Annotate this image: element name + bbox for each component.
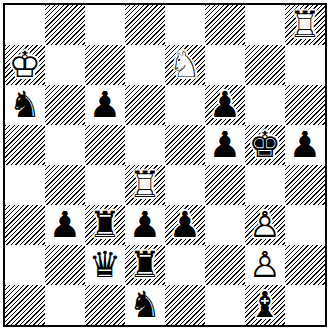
square-c7[interactable] [85,45,125,85]
piece-underlay: ♟ [245,205,285,245]
square-a2[interactable] [5,245,45,285]
piece-underlay: ♜ [85,205,125,245]
piece-underlay: ♜ [125,245,165,285]
square-c4[interactable] [85,165,125,205]
square-b3[interactable]: ♟♟ [45,205,85,245]
piece-black-king[interactable]: ♚ [245,125,285,165]
piece-underlay: ♟ [125,205,165,245]
piece-black-rook[interactable]: ♜ [85,205,125,245]
square-a3[interactable] [5,205,45,245]
piece-black-queen[interactable]: ♛ [85,245,125,285]
square-d5[interactable] [125,125,165,165]
piece-underlay: ♟ [205,125,245,165]
square-b1[interactable] [45,285,85,325]
square-e1[interactable] [165,285,205,325]
piece-black-knight[interactable]: ♞ [5,85,45,125]
square-g3[interactable]: ♟♙ [245,205,285,245]
piece-white-pawn[interactable]: ♙ [245,205,285,245]
piece-black-knight[interactable]: ♞ [125,285,165,325]
square-c8[interactable] [85,5,125,45]
square-e7[interactable]: ♞♘ [165,45,205,85]
square-f1[interactable] [205,285,245,325]
square-d7[interactable] [125,45,165,85]
square-h6[interactable] [285,85,325,125]
square-g5[interactable]: ♚♚ [245,125,285,165]
piece-black-rook[interactable]: ♜ [125,245,165,285]
square-b6[interactable] [45,85,85,125]
square-e2[interactable] [165,245,205,285]
piece-white-pawn[interactable]: ♙ [245,245,285,285]
square-g8[interactable] [245,5,285,45]
square-e3[interactable]: ♟♟ [165,205,205,245]
square-h5[interactable]: ♟♟ [285,125,325,165]
square-f8[interactable] [205,5,245,45]
piece-underlay: ♟ [205,85,245,125]
square-g6[interactable] [245,85,285,125]
piece-black-pawn[interactable]: ♟ [205,85,245,125]
square-a8[interactable] [5,5,45,45]
piece-underlay: ♟ [85,85,125,125]
piece-white-rook[interactable]: ♖ [285,5,325,45]
square-a7[interactable]: ♚♔ [5,45,45,85]
square-e8[interactable] [165,5,205,45]
piece-underlay: ♜ [285,5,325,45]
square-g4[interactable] [245,165,285,205]
square-f4[interactable] [205,165,245,205]
square-d8[interactable] [125,5,165,45]
square-f6[interactable]: ♟♟ [205,85,245,125]
square-c5[interactable] [85,125,125,165]
piece-underlay: ♝ [245,285,285,325]
square-f5[interactable]: ♟♟ [205,125,245,165]
square-d3[interactable]: ♟♟ [125,205,165,245]
square-g2[interactable]: ♟♙ [245,245,285,285]
piece-white-knight[interactable]: ♘ [165,45,205,85]
piece-underlay: ♟ [165,205,205,245]
piece-underlay: ♟ [245,245,285,285]
square-b5[interactable] [45,125,85,165]
square-g1[interactable]: ♝♝ [245,285,285,325]
piece-underlay: ♞ [125,285,165,325]
square-d4[interactable]: ♜♖ [125,165,165,205]
piece-white-king[interactable]: ♔ [5,45,45,85]
piece-black-pawn[interactable]: ♟ [45,205,85,245]
square-f7[interactable] [205,45,245,85]
piece-underlay: ♞ [165,45,205,85]
square-c2[interactable]: ♛♛ [85,245,125,285]
square-e5[interactable] [165,125,205,165]
piece-black-pawn[interactable]: ♟ [205,125,245,165]
square-c6[interactable]: ♟♟ [85,85,125,125]
piece-underlay: ♜ [125,165,165,205]
square-a5[interactable] [5,125,45,165]
square-b4[interactable] [45,165,85,205]
piece-white-rook[interactable]: ♖ [125,165,165,205]
piece-black-pawn[interactable]: ♟ [285,125,325,165]
square-d6[interactable] [125,85,165,125]
piece-black-pawn[interactable]: ♟ [85,85,125,125]
square-h4[interactable] [285,165,325,205]
square-f3[interactable] [205,205,245,245]
square-d1[interactable]: ♞♞ [125,285,165,325]
square-h3[interactable] [285,205,325,245]
chess-diagram-page: ♜♖♚♔♞♘♞♞♟♟♟♟♟♟♚♚♟♟♜♖♟♟♜♜♟♟♟♟♟♙♛♛♜♜♟♙♞♞♝♝ [0,0,332,332]
square-f2[interactable] [205,245,245,285]
piece-underlay: ♚ [5,45,45,85]
square-h1[interactable] [285,285,325,325]
square-c3[interactable]: ♜♜ [85,205,125,245]
piece-black-pawn[interactable]: ♟ [125,205,165,245]
chess-board: ♜♖♚♔♞♘♞♞♟♟♟♟♟♟♚♚♟♟♜♖♟♟♜♜♟♟♟♟♟♙♛♛♜♜♟♙♞♞♝♝ [5,5,325,325]
piece-black-pawn[interactable]: ♟ [165,205,205,245]
square-e6[interactable] [165,85,205,125]
square-d2[interactable]: ♜♜ [125,245,165,285]
square-h7[interactable] [285,45,325,85]
square-g7[interactable] [245,45,285,85]
board-frame: ♜♖♚♔♞♘♞♞♟♟♟♟♟♟♚♚♟♟♜♖♟♟♜♜♟♟♟♟♟♙♛♛♜♜♟♙♞♞♝♝ [3,3,327,327]
piece-underlay: ♞ [5,85,45,125]
square-c1[interactable] [85,285,125,325]
square-h8[interactable]: ♜♖ [285,5,325,45]
square-h2[interactable] [285,245,325,285]
square-a4[interactable] [5,165,45,205]
square-b7[interactable] [45,45,85,85]
square-b2[interactable] [45,245,85,285]
square-a6[interactable]: ♞♞ [5,85,45,125]
piece-underlay: ♚ [245,125,285,165]
piece-black-bishop[interactable]: ♝ [245,285,285,325]
piece-underlay: ♟ [45,205,85,245]
square-e4[interactable] [165,165,205,205]
square-b8[interactable] [45,5,85,45]
square-a1[interactable] [5,285,45,325]
piece-underlay: ♟ [285,125,325,165]
piece-underlay: ♛ [85,245,125,285]
